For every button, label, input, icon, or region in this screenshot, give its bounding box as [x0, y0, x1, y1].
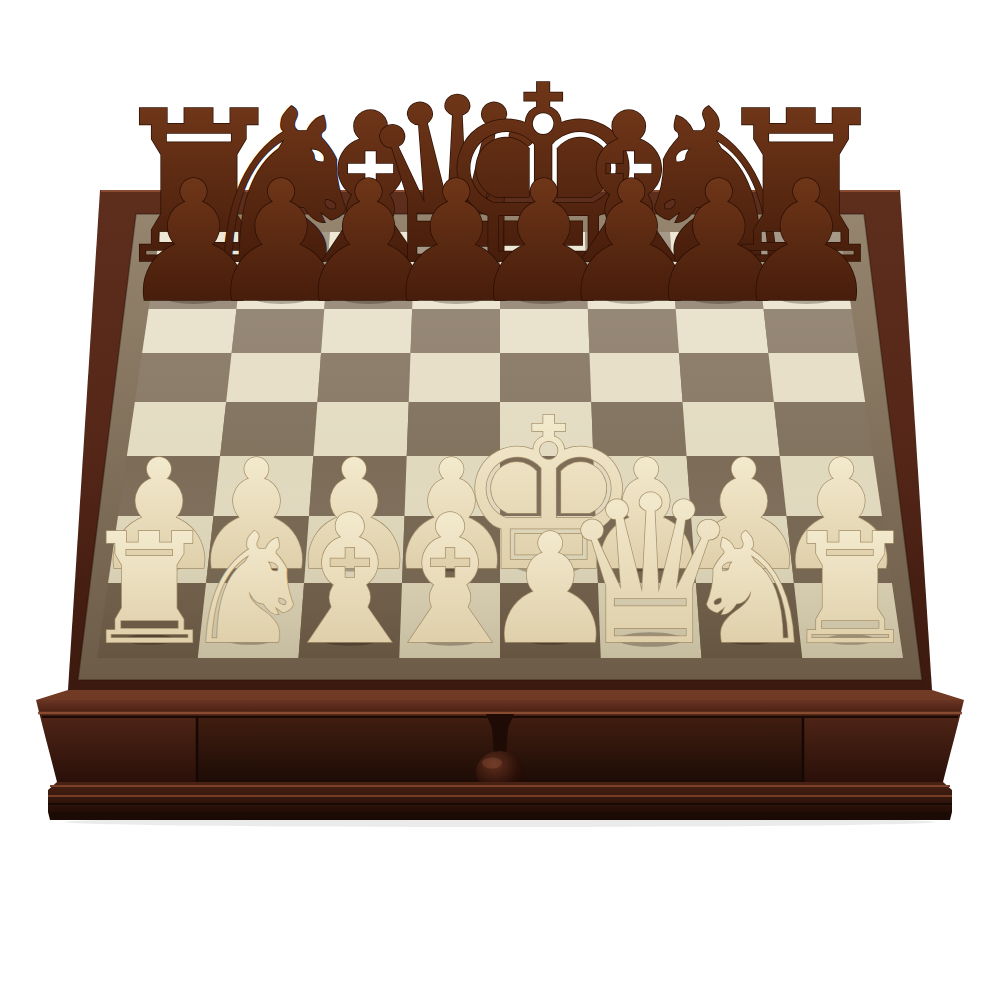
piece-white-rook-h1[interactable]: ♜ — [782, 501, 918, 678]
knob-highlight — [482, 758, 502, 769]
chess-set-photo: ♜♞♝♛♚♝♞♜♟♟♟♟♟♟♟♟♟♟♟♟♚♟♟♟♜♞♝♝♟♛♞♜ — [0, 0, 1000, 1000]
box-ledge-top — [36, 690, 964, 700]
chess-board-box: ♜♞♝♛♚♝♞♜♟♟♟♟♟♟♟♟♟♟♟♟♚♟♟♟♜♞♝♝♟♛♞♜ — [0, 0, 1000, 1000]
floor-shadow — [65, 817, 935, 827]
piece-dark-pawn-h7[interactable]: ♟ — [731, 145, 881, 339]
